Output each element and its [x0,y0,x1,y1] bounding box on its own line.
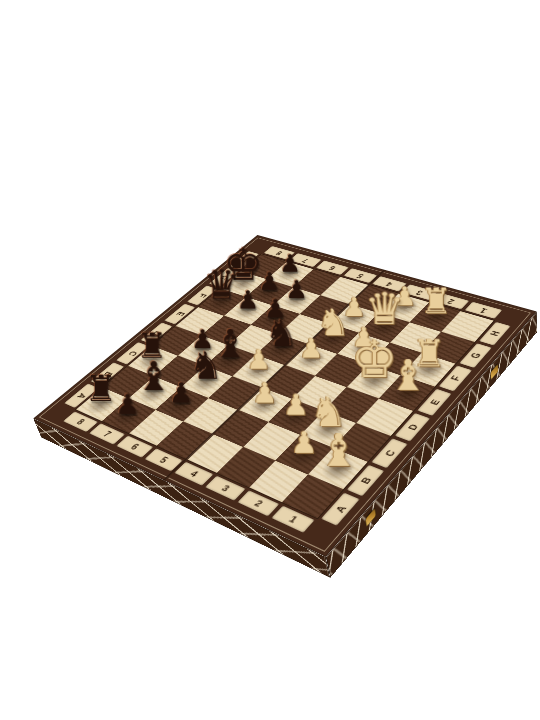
piece-white-pawn-b2[interactable]: ♟ [291,427,318,457]
piece-white-bishop-e1[interactable]: ♝ [389,354,427,397]
brass-clasp [491,363,499,380]
piece-white-pawn-c3[interactable]: ♟ [283,390,309,419]
piece-black-pawn-f7[interactable]: ♟ [237,287,259,312]
chess-board: ABCDEFGH ABCDEFGH 87654321 87654321 ♜♜♛♚… [33,235,537,557]
piece-black-bishop-b7[interactable]: ♝ [136,356,172,396]
piece-black-pawn-g7[interactable]: ♟ [258,269,280,294]
piece-white-pawn-d5[interactable]: ♟ [247,346,271,373]
piece-black-pawn-a7[interactable]: ♟ [115,390,140,418]
piece-black-pawn-g6[interactable]: ♟ [285,277,307,302]
board-3d-assembly: ABCDEFGH ABCDEFGH 87654321 87654321 ♜♜♛♚… [33,235,537,557]
piece-black-knight-c6[interactable]: ♞ [189,347,223,385]
piece-white-pawn-e4[interactable]: ♟ [299,335,323,362]
piece-black-pawn-b6[interactable]: ♟ [169,379,194,407]
brass-clasp [365,508,376,528]
piece-white-bishop-b1[interactable]: ♝ [318,427,359,473]
piece-white-pawn-c4[interactable]: ♟ [252,379,277,407]
product-photo: ABCDEFGH ABCDEFGH 87654321 87654321 ♜♜♛♚… [0,0,540,720]
